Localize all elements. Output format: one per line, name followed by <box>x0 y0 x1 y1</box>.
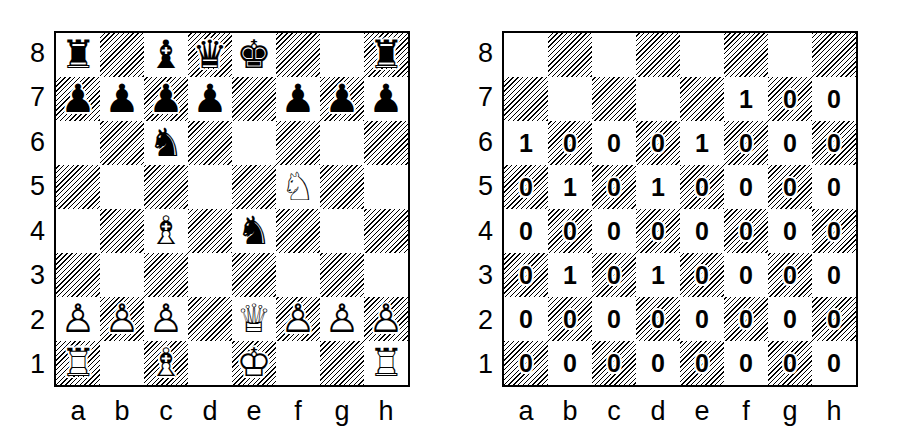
rank-label-2: 2 <box>472 298 502 343</box>
square-g7[interactable]: ♟♟ <box>320 77 364 121</box>
cell-value: 0 <box>768 77 812 121</box>
square-d1[interactable] <box>188 341 232 385</box>
square-a1[interactable]: ♜♖ <box>56 341 100 385</box>
cell-value: 0 <box>768 341 812 385</box>
square-f5[interactable]: ♞♘ <box>276 165 320 209</box>
square-g8[interactable] <box>768 33 812 77</box>
square-e4[interactable]: 0 <box>680 209 724 253</box>
file-label-c: c <box>592 387 636 425</box>
square-b3[interactable]: 1 <box>548 253 592 297</box>
cell-value: 0 <box>768 253 812 297</box>
white-pawn: ♟♙ <box>276 297 320 341</box>
square-c8[interactable] <box>592 33 636 77</box>
white-pawn: ♟♙ <box>144 297 188 341</box>
square-f7[interactable]: ♟♟ <box>276 77 320 121</box>
position-board: ♜♜♝♝♛♛♚♚♜♜♟♟♟♟♟♟♟♟♟♟♟♟♟♟♞♞♞♘♝♗♞♞♟♙♟♙♟♙♛♕… <box>54 31 410 387</box>
rank-label-6: 6 <box>24 120 54 165</box>
cell-value: 1 <box>636 253 680 297</box>
cell-value: 1 <box>504 121 548 165</box>
square-h4[interactable] <box>364 209 408 253</box>
square-d3[interactable]: 1 <box>636 253 680 297</box>
piece-halo: ♚ <box>232 341 276 385</box>
white-pawn: ♟♙ <box>320 297 364 341</box>
piece-glyph: ♞ <box>144 121 188 165</box>
cell-value: 0 <box>724 253 768 297</box>
square-h3[interactable] <box>364 253 408 297</box>
piece-halo: ♟ <box>364 77 408 121</box>
square-a8[interactable] <box>504 33 548 77</box>
cell-value: 0 <box>504 165 548 209</box>
square-d3[interactable] <box>188 253 232 297</box>
piece-glyph: ♕ <box>232 297 276 341</box>
square-g2[interactable]: 0 <box>768 297 812 341</box>
cell-value: 0 <box>680 165 724 209</box>
rank-labels: 87654321 <box>472 31 502 387</box>
file-label-f: f <box>276 387 320 425</box>
square-f1[interactable]: 0 <box>724 341 768 385</box>
black-pawn: ♟♟ <box>144 77 188 121</box>
spacer <box>24 387 54 425</box>
cell-value: 0 <box>768 209 812 253</box>
piece-glyph: ♙ <box>100 297 144 341</box>
piece-glyph: ♝ <box>144 33 188 77</box>
square-c2[interactable]: 0 <box>592 297 636 341</box>
square-g4[interactable]: 0 <box>768 209 812 253</box>
file-label-g: g <box>768 387 812 425</box>
file-label-g: g <box>320 387 364 425</box>
piece-halo: ♟ <box>56 297 100 341</box>
square-d6[interactable] <box>188 121 232 165</box>
square-f8[interactable] <box>276 33 320 77</box>
square-a2[interactable]: ♟♙ <box>56 297 100 341</box>
piece-halo: ♛ <box>232 297 276 341</box>
rank-label-3: 3 <box>24 254 54 299</box>
piece-glyph: ♟ <box>320 77 364 121</box>
square-d5[interactable] <box>188 165 232 209</box>
square-b4[interactable]: 0 <box>548 209 592 253</box>
square-g8[interactable] <box>320 33 364 77</box>
piece-glyph: ♟ <box>276 77 320 121</box>
piece-glyph: ♔ <box>232 341 276 385</box>
square-h4[interactable]: 0 <box>812 209 856 253</box>
square-d7[interactable]: ♟♟ <box>188 77 232 121</box>
square-a5[interactable]: 0 <box>504 165 548 209</box>
file-labels: abcdefgh <box>502 387 858 425</box>
file-label-b: b <box>548 387 592 425</box>
black-rook: ♜♜ <box>364 33 408 77</box>
square-f6[interactable]: 0 <box>724 121 768 165</box>
piece-halo: ♞ <box>232 209 276 253</box>
white-pawn: ♟♙ <box>56 297 100 341</box>
square-c2[interactable]: ♟♙ <box>144 297 188 341</box>
white-queen: ♛♕ <box>232 297 276 341</box>
square-b7[interactable] <box>548 77 592 121</box>
square-c1[interactable]: ♝♗ <box>144 341 188 385</box>
square-e5[interactable]: 0 <box>680 165 724 209</box>
cell-value: 0 <box>548 121 592 165</box>
rank-label-3: 3 <box>472 254 502 299</box>
square-a6[interactable] <box>56 121 100 165</box>
square-c4[interactable]: 0 <box>592 209 636 253</box>
piece-halo: ♜ <box>364 33 408 77</box>
piece-glyph: ♖ <box>364 341 408 385</box>
square-e4[interactable]: ♞♞ <box>232 209 276 253</box>
square-h3[interactable]: 0 <box>812 253 856 297</box>
cell-value: 0 <box>592 297 636 341</box>
rank-label-1: 1 <box>24 343 54 388</box>
cell-value: 0 <box>636 297 680 341</box>
cell-value: 0 <box>680 341 724 385</box>
piece-glyph: ♚ <box>232 33 276 77</box>
black-pawn: ♟♟ <box>56 77 100 121</box>
square-g3[interactable]: 0 <box>768 253 812 297</box>
piece-halo: ♚ <box>232 33 276 77</box>
black-pawn: ♟♟ <box>276 77 320 121</box>
piece-halo: ♟ <box>144 297 188 341</box>
square-f3[interactable] <box>276 253 320 297</box>
piece-glyph: ♟ <box>100 77 144 121</box>
file-label-c: c <box>144 387 188 425</box>
piece-glyph: ♟ <box>56 77 100 121</box>
piece-glyph: ♛ <box>188 33 232 77</box>
piece-halo: ♜ <box>364 341 408 385</box>
square-f6[interactable] <box>276 121 320 165</box>
piece-halo: ♞ <box>276 165 320 209</box>
piece-glyph: ♙ <box>276 297 320 341</box>
square-h5[interactable] <box>364 165 408 209</box>
square-h8[interactable] <box>812 33 856 77</box>
square-b1[interactable] <box>100 341 144 385</box>
square-d5[interactable]: 1 <box>636 165 680 209</box>
cell-value: 1 <box>680 121 724 165</box>
cell-value: 0 <box>812 209 856 253</box>
cell-value: 0 <box>592 253 636 297</box>
square-f8[interactable] <box>724 33 768 77</box>
square-c5[interactable] <box>144 165 188 209</box>
file-label-e: e <box>680 387 724 425</box>
square-b8[interactable] <box>548 33 592 77</box>
square-e7[interactable] <box>680 77 724 121</box>
piece-halo: ♝ <box>144 341 188 385</box>
square-c7[interactable]: ♟♟ <box>144 77 188 121</box>
black-pawn: ♟♟ <box>100 77 144 121</box>
square-g3[interactable] <box>320 253 364 297</box>
black-knight: ♞♞ <box>144 121 188 165</box>
file-label-a: a <box>56 387 100 425</box>
cell-value: 0 <box>812 77 856 121</box>
square-f2[interactable]: 0 <box>724 297 768 341</box>
cell-value: 0 <box>812 121 856 165</box>
square-g4[interactable] <box>320 209 364 253</box>
piece-halo: ♟ <box>320 297 364 341</box>
square-c5[interactable]: 0 <box>592 165 636 209</box>
white-rook: ♜♖ <box>56 341 100 385</box>
square-e1[interactable]: 0 <box>680 341 724 385</box>
square-d6[interactable]: 0 <box>636 121 680 165</box>
rank-label-6: 6 <box>472 120 502 165</box>
cell-value: 0 <box>504 253 548 297</box>
cell-value: 1 <box>548 165 592 209</box>
square-e3[interactable]: 0 <box>680 253 724 297</box>
cell-value: 0 <box>768 165 812 209</box>
square-d8[interactable] <box>636 33 680 77</box>
square-b2[interactable]: ♟♙ <box>100 297 144 341</box>
cell-value: 0 <box>592 165 636 209</box>
cell-value: 1 <box>724 77 768 121</box>
square-a7[interactable]: ♟♟ <box>56 77 100 121</box>
square-e1[interactable]: ♚♔ <box>232 341 276 385</box>
square-c8[interactable]: ♝♝ <box>144 33 188 77</box>
square-f2[interactable]: ♟♙ <box>276 297 320 341</box>
black-knight: ♞♞ <box>232 209 276 253</box>
cell-value: 0 <box>768 297 812 341</box>
square-a3[interactable] <box>56 253 100 297</box>
cell-value: 0 <box>724 209 768 253</box>
piece-halo: ♝ <box>144 209 188 253</box>
piece-halo: ♜ <box>56 341 100 385</box>
square-f3[interactable]: 0 <box>724 253 768 297</box>
piece-halo: ♟ <box>364 297 408 341</box>
rank-labels: 87654321 <box>24 31 54 387</box>
rank-label-7: 7 <box>472 76 502 121</box>
piece-glyph: ♗ <box>144 209 188 253</box>
square-b6[interactable]: 0 <box>548 121 592 165</box>
square-g7[interactable]: 0 <box>768 77 812 121</box>
cell-value: 0 <box>592 121 636 165</box>
values-board-group: 87654321 1001000100001010000000000000101… <box>472 31 858 425</box>
square-b5[interactable]: 1 <box>548 165 592 209</box>
cell-value: 0 <box>504 341 548 385</box>
cell-value: 1 <box>548 253 592 297</box>
piece-glyph: ♜ <box>56 33 100 77</box>
cell-value: 0 <box>548 209 592 253</box>
position-board-group: 87654321 ♜♜♝♝♛♛♚♚♜♜♟♟♟♟♟♟♟♟♟♟♟♟♟♟♞♞♞♘♝♗♞… <box>24 31 410 425</box>
white-bishop: ♝♗ <box>144 209 188 253</box>
cell-value: 0 <box>680 297 724 341</box>
spacer <box>472 387 502 425</box>
square-d4[interactable] <box>188 209 232 253</box>
square-b7[interactable]: ♟♟ <box>100 77 144 121</box>
square-g5[interactable] <box>320 165 364 209</box>
square-b5[interactable] <box>100 165 144 209</box>
rank-label-4: 4 <box>24 209 54 254</box>
square-h6[interactable]: 0 <box>812 121 856 165</box>
cell-value: 0 <box>724 341 768 385</box>
square-e6[interactable]: 1 <box>680 121 724 165</box>
chess-figure: 87654321 ♜♜♝♝♛♛♚♚♜♜♟♟♟♟♟♟♟♟♟♟♟♟♟♟♞♞♞♘♝♗♞… <box>0 0 913 442</box>
square-d1[interactable]: 0 <box>636 341 680 385</box>
square-c7[interactable] <box>592 77 636 121</box>
square-a6[interactable]: 1 <box>504 121 548 165</box>
piece-halo: ♞ <box>144 121 188 165</box>
square-e8[interactable]: ♚♚ <box>232 33 276 77</box>
piece-halo: ♟ <box>100 297 144 341</box>
square-h2[interactable]: 0 <box>812 297 856 341</box>
square-g6[interactable]: 0 <box>768 121 812 165</box>
piece-glyph: ♟ <box>188 77 232 121</box>
white-pawn: ♟♙ <box>364 297 408 341</box>
square-f7[interactable]: 1 <box>724 77 768 121</box>
square-g6[interactable] <box>320 121 364 165</box>
square-h8[interactable]: ♜♜ <box>364 33 408 77</box>
black-bishop: ♝♝ <box>144 33 188 77</box>
square-e7[interactable] <box>232 77 276 121</box>
square-b6[interactable] <box>100 121 144 165</box>
square-a3[interactable]: 0 <box>504 253 548 297</box>
file-label-b: b <box>100 387 144 425</box>
file-label-a: a <box>504 387 548 425</box>
piece-halo: ♟ <box>276 297 320 341</box>
white-bishop: ♝♗ <box>144 341 188 385</box>
white-king: ♚♔ <box>232 341 276 385</box>
square-b3[interactable] <box>100 253 144 297</box>
cell-value: 0 <box>680 209 724 253</box>
black-queen: ♛♛ <box>188 33 232 77</box>
square-c6[interactable]: ♞♞ <box>144 121 188 165</box>
cell-value: 0 <box>680 253 724 297</box>
piece-glyph: ♙ <box>364 297 408 341</box>
square-e8[interactable] <box>680 33 724 77</box>
black-pawn: ♟♟ <box>320 77 364 121</box>
square-e3[interactable] <box>232 253 276 297</box>
square-f1[interactable] <box>276 341 320 385</box>
rank-label-1: 1 <box>472 343 502 388</box>
square-h1[interactable]: 0 <box>812 341 856 385</box>
file-label-f: f <box>724 387 768 425</box>
piece-glyph: ♙ <box>320 297 364 341</box>
cell-value: 0 <box>504 297 548 341</box>
piece-glyph: ♜ <box>364 33 408 77</box>
square-g5[interactable]: 0 <box>768 165 812 209</box>
piece-halo: ♟ <box>320 77 364 121</box>
piece-halo: ♟ <box>100 77 144 121</box>
square-b2[interactable]: 0 <box>548 297 592 341</box>
square-f5[interactable]: 0 <box>724 165 768 209</box>
square-h1[interactable]: ♜♖ <box>364 341 408 385</box>
square-a4[interactable] <box>56 209 100 253</box>
piece-halo: ♜ <box>56 33 100 77</box>
square-c3[interactable] <box>144 253 188 297</box>
square-e6[interactable] <box>232 121 276 165</box>
black-rook: ♜♜ <box>56 33 100 77</box>
square-a1[interactable]: 0 <box>504 341 548 385</box>
square-d2[interactable] <box>188 297 232 341</box>
square-a8[interactable]: ♜♜ <box>56 33 100 77</box>
piece-halo: ♟ <box>56 77 100 121</box>
square-d8[interactable]: ♛♛ <box>188 33 232 77</box>
square-c4[interactable]: ♝♗ <box>144 209 188 253</box>
square-a2[interactable]: 0 <box>504 297 548 341</box>
square-h5[interactable]: 0 <box>812 165 856 209</box>
cell-value: 0 <box>592 341 636 385</box>
square-c3[interactable]: 0 <box>592 253 636 297</box>
square-f4[interactable]: 0 <box>724 209 768 253</box>
cell-value: 0 <box>636 341 680 385</box>
cell-value: 1 <box>636 165 680 209</box>
square-h6[interactable] <box>364 121 408 165</box>
cell-value: 0 <box>812 165 856 209</box>
file-labels: abcdefgh <box>54 387 410 425</box>
cell-value: 0 <box>636 121 680 165</box>
square-c6[interactable]: 0 <box>592 121 636 165</box>
square-h7[interactable]: 0 <box>812 77 856 121</box>
white-pawn: ♟♙ <box>100 297 144 341</box>
file-label-e: e <box>232 387 276 425</box>
file-label-h: h <box>812 387 856 425</box>
square-f4[interactable] <box>276 209 320 253</box>
file-label-d: d <box>636 387 680 425</box>
piece-halo: ♟ <box>276 77 320 121</box>
square-a4[interactable]: 0 <box>504 209 548 253</box>
white-rook: ♜♖ <box>364 341 408 385</box>
square-a7[interactable] <box>504 77 548 121</box>
piece-glyph: ♖ <box>56 341 100 385</box>
cell-value: 0 <box>724 165 768 209</box>
black-pawn: ♟♟ <box>364 77 408 121</box>
piece-glyph: ♟ <box>364 77 408 121</box>
file-label-d: d <box>188 387 232 425</box>
rank-label-8: 8 <box>24 31 54 76</box>
square-h2[interactable]: ♟♙ <box>364 297 408 341</box>
piece-halo: ♛ <box>188 33 232 77</box>
cell-value: 0 <box>724 121 768 165</box>
square-a5[interactable] <box>56 165 100 209</box>
square-h7[interactable]: ♟♟ <box>364 77 408 121</box>
piece-glyph: ♗ <box>144 341 188 385</box>
square-b8[interactable] <box>100 33 144 77</box>
square-b1[interactable]: 0 <box>548 341 592 385</box>
cell-value: 0 <box>504 209 548 253</box>
cell-value: 0 <box>592 209 636 253</box>
cell-value: 0 <box>812 297 856 341</box>
square-g1[interactable] <box>320 341 364 385</box>
piece-glyph: ♟ <box>144 77 188 121</box>
file-label-h: h <box>364 387 408 425</box>
piece-glyph: ♙ <box>56 297 100 341</box>
black-king: ♚♚ <box>232 33 276 77</box>
square-e2[interactable]: 0 <box>680 297 724 341</box>
black-pawn: ♟♟ <box>188 77 232 121</box>
rank-label-2: 2 <box>24 298 54 343</box>
cell-value: 0 <box>812 341 856 385</box>
piece-glyph: ♙ <box>144 297 188 341</box>
cell-value: 0 <box>768 121 812 165</box>
square-d2[interactable]: 0 <box>636 297 680 341</box>
piece-halo: ♟ <box>144 77 188 121</box>
cell-value: 0 <box>812 253 856 297</box>
rank-label-7: 7 <box>24 76 54 121</box>
square-b4[interactable] <box>100 209 144 253</box>
cell-value: 0 <box>548 297 592 341</box>
piece-glyph: ♞ <box>232 209 276 253</box>
cell-value: 0 <box>548 341 592 385</box>
square-g2[interactable]: ♟♙ <box>320 297 364 341</box>
rank-label-5: 5 <box>24 165 54 210</box>
square-c1[interactable]: 0 <box>592 341 636 385</box>
square-e5[interactable] <box>232 165 276 209</box>
rank-label-5: 5 <box>472 165 502 210</box>
values-board: 1001000100001010000000000000101000000000… <box>502 31 858 387</box>
cell-value: 0 <box>724 297 768 341</box>
square-d7[interactable] <box>636 77 680 121</box>
cell-value: 0 <box>636 209 680 253</box>
square-g1[interactable]: 0 <box>768 341 812 385</box>
square-d4[interactable]: 0 <box>636 209 680 253</box>
piece-halo: ♝ <box>144 33 188 77</box>
rank-label-8: 8 <box>472 31 502 76</box>
square-e2[interactable]: ♛♕ <box>232 297 276 341</box>
piece-halo: ♟ <box>188 77 232 121</box>
